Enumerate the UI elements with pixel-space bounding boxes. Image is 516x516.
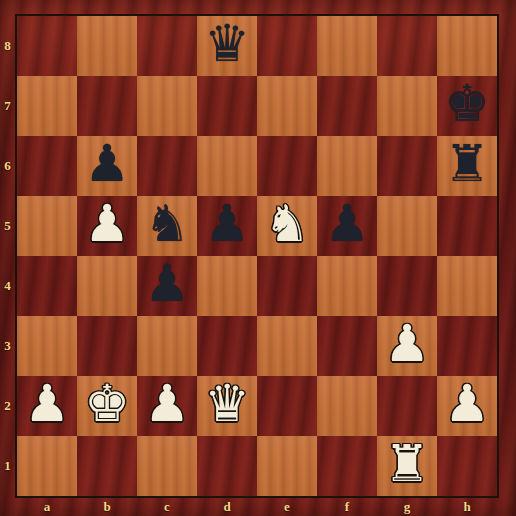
square-a1[interactable] — [17, 436, 77, 496]
black-queen: ♛ — [204, 14, 250, 74]
square-h8[interactable] — [437, 16, 497, 76]
square-b3[interactable] — [77, 316, 137, 376]
square-a2[interactable]: ♟ — [17, 376, 77, 436]
black-pawn: ♟ — [204, 194, 250, 254]
square-c1[interactable] — [137, 436, 197, 496]
white-king: ♚ — [84, 374, 130, 434]
square-g3[interactable]: ♟ — [377, 316, 437, 376]
rank-label-6: 6 — [0, 136, 15, 196]
white-pawn: ♟ — [84, 194, 130, 254]
file-label-d: d — [197, 497, 257, 516]
square-f6[interactable] — [317, 136, 377, 196]
square-a5[interactable] — [17, 196, 77, 256]
black-pawn: ♟ — [84, 134, 130, 194]
square-e1[interactable] — [257, 436, 317, 496]
rank-label-5: 5 — [0, 196, 15, 256]
square-f1[interactable] — [317, 436, 377, 496]
square-h3[interactable] — [437, 316, 497, 376]
square-e5[interactable]: ♞ — [257, 196, 317, 256]
rank-label-7: 7 — [0, 76, 15, 136]
square-d2[interactable]: ♛ — [197, 376, 257, 436]
square-c7[interactable] — [137, 76, 197, 136]
black-rook: ♜ — [444, 134, 490, 194]
file-label-a: a — [17, 497, 77, 516]
square-d6[interactable] — [197, 136, 257, 196]
file-label-h: h — [437, 497, 497, 516]
square-b4[interactable] — [77, 256, 137, 316]
square-h5[interactable] — [437, 196, 497, 256]
file-label-g: g — [377, 497, 437, 516]
square-c4[interactable]: ♟ — [137, 256, 197, 316]
square-a3[interactable] — [17, 316, 77, 376]
square-e8[interactable] — [257, 16, 317, 76]
square-c5[interactable]: ♞ — [137, 196, 197, 256]
square-e6[interactable] — [257, 136, 317, 196]
square-c6[interactable] — [137, 136, 197, 196]
rank-label-3: 3 — [0, 316, 15, 376]
black-king: ♚ — [444, 74, 490, 134]
white-pawn: ♟ — [384, 314, 430, 374]
rank-labels: 87654321 — [0, 16, 15, 496]
rank-label-4: 4 — [0, 256, 15, 316]
square-g7[interactable] — [377, 76, 437, 136]
file-labels: abcdefgh — [17, 497, 497, 516]
chess-board: ♛♚♟♜♟♞♟♞♟♟♟♟♚♟♛♟♜ — [17, 16, 497, 496]
black-knight: ♞ — [144, 194, 190, 254]
rank-label-2: 2 — [0, 376, 15, 436]
square-g6[interactable] — [377, 136, 437, 196]
square-g5[interactable] — [377, 196, 437, 256]
square-f3[interactable] — [317, 316, 377, 376]
black-pawn: ♟ — [324, 194, 370, 254]
square-g4[interactable] — [377, 256, 437, 316]
square-e3[interactable] — [257, 316, 317, 376]
square-b2[interactable]: ♚ — [77, 376, 137, 436]
square-e7[interactable] — [257, 76, 317, 136]
black-pawn: ♟ — [144, 254, 190, 314]
square-a4[interactable] — [17, 256, 77, 316]
square-d3[interactable] — [197, 316, 257, 376]
file-label-b: b — [77, 497, 137, 516]
square-h1[interactable] — [437, 436, 497, 496]
square-b8[interactable] — [77, 16, 137, 76]
square-g8[interactable] — [377, 16, 437, 76]
square-a7[interactable] — [17, 76, 77, 136]
square-e4[interactable] — [257, 256, 317, 316]
square-a8[interactable] — [17, 16, 77, 76]
square-f4[interactable] — [317, 256, 377, 316]
white-queen: ♛ — [204, 374, 250, 434]
chess-board-frame: 87654321 ♛♚♟♜♟♞♟♞♟♟♟♟♚♟♛♟♜ abcdefgh — [0, 0, 516, 516]
rank-label-1: 1 — [0, 436, 15, 496]
square-g2[interactable] — [377, 376, 437, 436]
square-h4[interactable] — [437, 256, 497, 316]
square-f8[interactable] — [317, 16, 377, 76]
square-f2[interactable] — [317, 376, 377, 436]
square-f5[interactable]: ♟ — [317, 196, 377, 256]
square-b5[interactable]: ♟ — [77, 196, 137, 256]
square-g1[interactable]: ♜ — [377, 436, 437, 496]
square-b6[interactable]: ♟ — [77, 136, 137, 196]
square-c8[interactable] — [137, 16, 197, 76]
square-h6[interactable]: ♜ — [437, 136, 497, 196]
square-a6[interactable] — [17, 136, 77, 196]
white-pawn: ♟ — [144, 374, 190, 434]
square-h7[interactable]: ♚ — [437, 76, 497, 136]
square-h2[interactable]: ♟ — [437, 376, 497, 436]
file-label-e: e — [257, 497, 317, 516]
square-e2[interactable] — [257, 376, 317, 436]
square-c3[interactable] — [137, 316, 197, 376]
square-b1[interactable] — [77, 436, 137, 496]
square-f7[interactable] — [317, 76, 377, 136]
file-label-f: f — [317, 497, 377, 516]
square-b7[interactable] — [77, 76, 137, 136]
square-d8[interactable]: ♛ — [197, 16, 257, 76]
white-pawn: ♟ — [444, 374, 490, 434]
square-c2[interactable]: ♟ — [137, 376, 197, 436]
square-d7[interactable] — [197, 76, 257, 136]
white-rook: ♜ — [384, 434, 430, 494]
square-d5[interactable]: ♟ — [197, 196, 257, 256]
square-d1[interactable] — [197, 436, 257, 496]
white-knight: ♞ — [264, 194, 310, 254]
square-d4[interactable] — [197, 256, 257, 316]
file-label-c: c — [137, 497, 197, 516]
white-pawn: ♟ — [24, 374, 70, 434]
rank-label-8: 8 — [0, 16, 15, 76]
